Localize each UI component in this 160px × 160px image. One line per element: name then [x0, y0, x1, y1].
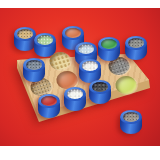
pot-face-white-fleece [82, 61, 98, 71]
pot-blue-gray-grit[interactable] [23, 58, 45, 82]
pot-rim [120, 110, 142, 124]
pot-rim [79, 59, 101, 73]
pot-gray-grit[interactable] [120, 110, 142, 134]
pot-face-gray-grit [123, 112, 139, 122]
pot-face-white-fur [67, 89, 83, 99]
pot-face-pale-blue-fleck [78, 44, 94, 54]
pot-rim [14, 27, 36, 41]
recess-lime[interactable] [113, 74, 139, 96]
pot-charcoal[interactable] [89, 80, 111, 104]
pot-green[interactable] [98, 37, 120, 61]
pot-face-blue-gray-grit [26, 60, 42, 70]
pot-red[interactable] [38, 94, 60, 118]
pot-face-sand [17, 29, 33, 39]
pot-rim [34, 33, 56, 47]
pot-sand[interactable] [14, 27, 36, 51]
pot-face-orange [65, 28, 81, 38]
pot-face-gray-wool [128, 38, 144, 48]
pot-face-green [101, 39, 117, 49]
pot-rim [125, 36, 147, 50]
pot-white-fur[interactable] [64, 87, 86, 111]
pot-rim [89, 80, 111, 94]
pot-rim [23, 58, 45, 72]
pot-face-pale-green [37, 35, 53, 45]
pot-rim [75, 42, 97, 56]
pot-gray-wool[interactable] [125, 36, 147, 60]
pot-face-red [41, 96, 57, 106]
pot-pale-green[interactable] [34, 33, 56, 57]
pot-rim [62, 26, 84, 40]
pot-rim [38, 94, 60, 108]
pot-rim [98, 37, 120, 51]
pot-face-charcoal [92, 82, 108, 92]
pot-rim [64, 87, 86, 101]
photo-background [0, 0, 160, 160]
